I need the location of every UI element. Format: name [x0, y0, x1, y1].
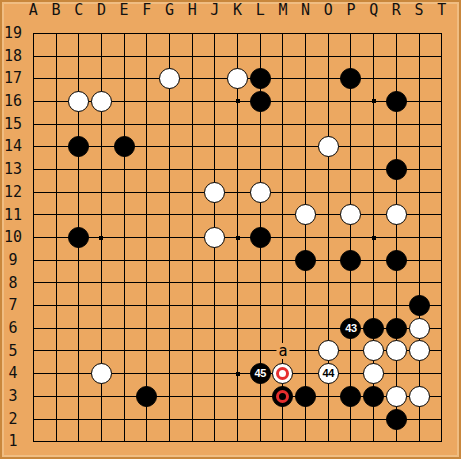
intersection-E13[interactable]	[113, 158, 136, 181]
intersection-Q2[interactable]	[362, 408, 385, 431]
intersection-M13[interactable]	[272, 158, 295, 181]
intersection-C6[interactable]	[67, 317, 90, 340]
intersection-D19[interactable]	[90, 22, 113, 45]
intersection-C2[interactable]	[67, 408, 90, 431]
intersection-F4[interactable]	[135, 362, 158, 385]
intersection-H8[interactable]	[181, 272, 204, 295]
intersection-H5[interactable]	[181, 340, 204, 363]
intersection-L12[interactable]	[249, 181, 272, 204]
intersection-B11[interactable]	[45, 204, 68, 227]
intersection-R6[interactable]	[385, 317, 408, 340]
intersection-C3[interactable]	[67, 385, 90, 408]
intersection-K14[interactable]	[226, 135, 249, 158]
intersection-O12[interactable]	[317, 181, 340, 204]
intersection-E19[interactable]	[113, 22, 136, 45]
intersection-G2[interactable]	[158, 408, 181, 431]
intersection-K7[interactable]	[226, 294, 249, 317]
intersection-E18[interactable]	[113, 45, 136, 68]
intersection-P3[interactable]	[340, 385, 363, 408]
intersection-T10[interactable]	[430, 226, 453, 249]
intersection-E11[interactable]	[113, 204, 136, 227]
intersection-D15[interactable]	[90, 113, 113, 136]
intersection-S1[interactable]	[408, 430, 431, 453]
intersection-E10[interactable]	[113, 226, 136, 249]
intersection-G18[interactable]	[158, 45, 181, 68]
intersection-B2[interactable]	[45, 408, 68, 431]
intersection-S19[interactable]	[408, 22, 431, 45]
intersection-L5[interactable]	[249, 340, 272, 363]
intersection-F17[interactable]	[135, 67, 158, 90]
intersection-L10[interactable]	[249, 226, 272, 249]
intersection-N15[interactable]	[294, 113, 317, 136]
intersection-R12[interactable]	[385, 181, 408, 204]
intersection-K9[interactable]	[226, 249, 249, 272]
intersection-N12[interactable]	[294, 181, 317, 204]
intersection-G16[interactable]	[158, 90, 181, 113]
intersection-J12[interactable]	[204, 181, 227, 204]
intersection-C11[interactable]	[67, 204, 90, 227]
intersection-Q8[interactable]	[362, 272, 385, 295]
intersection-E6[interactable]	[113, 317, 136, 340]
intersection-C7[interactable]	[67, 294, 90, 317]
intersection-T14[interactable]	[430, 135, 453, 158]
intersection-O15[interactable]	[317, 113, 340, 136]
intersection-N16[interactable]	[294, 90, 317, 113]
intersection-R14[interactable]	[385, 135, 408, 158]
intersection-K8[interactable]	[226, 272, 249, 295]
intersection-K10[interactable]	[226, 226, 249, 249]
intersection-K16[interactable]	[226, 90, 249, 113]
intersection-K11[interactable]	[226, 204, 249, 227]
intersection-B8[interactable]	[45, 272, 68, 295]
intersection-H18[interactable]	[181, 45, 204, 68]
intersection-E16[interactable]	[113, 90, 136, 113]
intersection-R3[interactable]	[385, 385, 408, 408]
intersection-J5[interactable]	[204, 340, 227, 363]
intersection-Q17[interactable]	[362, 67, 385, 90]
intersection-J19[interactable]	[204, 22, 227, 45]
intersection-M5[interactable]: a	[272, 340, 295, 363]
intersection-Q1[interactable]	[362, 430, 385, 453]
intersection-J16[interactable]	[204, 90, 227, 113]
intersection-R7[interactable]	[385, 294, 408, 317]
intersection-J9[interactable]	[204, 249, 227, 272]
intersection-M9[interactable]	[272, 249, 295, 272]
intersection-P16[interactable]	[340, 90, 363, 113]
intersection-P2[interactable]	[340, 408, 363, 431]
intersection-G6[interactable]	[158, 317, 181, 340]
intersection-H3[interactable]	[181, 385, 204, 408]
intersection-O14[interactable]	[317, 135, 340, 158]
intersection-S6[interactable]	[408, 317, 431, 340]
intersection-C5[interactable]	[67, 340, 90, 363]
intersection-M8[interactable]	[272, 272, 295, 295]
intersection-B3[interactable]	[45, 385, 68, 408]
intersection-J13[interactable]	[204, 158, 227, 181]
intersection-G4[interactable]	[158, 362, 181, 385]
intersection-E3[interactable]	[113, 385, 136, 408]
intersection-B19[interactable]	[45, 22, 68, 45]
intersection-L8[interactable]	[249, 272, 272, 295]
intersection-B18[interactable]	[45, 45, 68, 68]
intersection-F2[interactable]	[135, 408, 158, 431]
intersection-N9[interactable]	[294, 249, 317, 272]
intersection-Q12[interactable]	[362, 181, 385, 204]
intersection-D8[interactable]	[90, 272, 113, 295]
intersection-B16[interactable]	[45, 90, 68, 113]
intersection-O13[interactable]	[317, 158, 340, 181]
intersection-J15[interactable]	[204, 113, 227, 136]
intersection-E2[interactable]	[113, 408, 136, 431]
intersection-Q5[interactable]	[362, 340, 385, 363]
intersection-B14[interactable]	[45, 135, 68, 158]
intersection-O18[interactable]	[317, 45, 340, 68]
intersection-F16[interactable]	[135, 90, 158, 113]
intersection-Q11[interactable]	[362, 204, 385, 227]
intersection-L2[interactable]	[249, 408, 272, 431]
intersection-N10[interactable]	[294, 226, 317, 249]
intersection-H14[interactable]	[181, 135, 204, 158]
intersection-K15[interactable]	[226, 113, 249, 136]
intersection-C14[interactable]	[67, 135, 90, 158]
intersection-P17[interactable]	[340, 67, 363, 90]
intersection-Q7[interactable]	[362, 294, 385, 317]
intersection-G19[interactable]	[158, 22, 181, 45]
intersection-B9[interactable]	[45, 249, 68, 272]
intersection-T13[interactable]	[430, 158, 453, 181]
intersection-C1[interactable]	[67, 430, 90, 453]
intersection-F13[interactable]	[135, 158, 158, 181]
intersection-E4[interactable]	[113, 362, 136, 385]
intersection-J14[interactable]	[204, 135, 227, 158]
intersection-C18[interactable]	[67, 45, 90, 68]
intersection-M19[interactable]	[272, 22, 295, 45]
intersection-P11[interactable]	[340, 204, 363, 227]
intersection-P5[interactable]	[340, 340, 363, 363]
intersection-G10[interactable]	[158, 226, 181, 249]
intersection-T16[interactable]	[430, 90, 453, 113]
intersection-N2[interactable]	[294, 408, 317, 431]
intersection-T9[interactable]	[430, 249, 453, 272]
intersection-T12[interactable]	[430, 181, 453, 204]
intersection-N6[interactable]	[294, 317, 317, 340]
intersection-K6[interactable]	[226, 317, 249, 340]
intersection-H12[interactable]	[181, 181, 204, 204]
intersection-Q16[interactable]	[362, 90, 385, 113]
intersection-R1[interactable]	[385, 430, 408, 453]
intersection-N17[interactable]	[294, 67, 317, 90]
intersection-P12[interactable]	[340, 181, 363, 204]
intersection-Q18[interactable]	[362, 45, 385, 68]
intersection-Q15[interactable]	[362, 113, 385, 136]
intersection-J11[interactable]	[204, 204, 227, 227]
intersection-S15[interactable]	[408, 113, 431, 136]
intersection-T2[interactable]	[430, 408, 453, 431]
intersection-J4[interactable]	[204, 362, 227, 385]
intersection-D11[interactable]	[90, 204, 113, 227]
intersection-E8[interactable]	[113, 272, 136, 295]
intersection-L19[interactable]	[249, 22, 272, 45]
intersection-S7[interactable]	[408, 294, 431, 317]
intersection-P4[interactable]	[340, 362, 363, 385]
intersection-K2[interactable]	[226, 408, 249, 431]
intersection-D10[interactable]	[90, 226, 113, 249]
intersection-D17[interactable]	[90, 67, 113, 90]
intersection-D16[interactable]	[90, 90, 113, 113]
intersection-H2[interactable]	[181, 408, 204, 431]
intersection-Q3[interactable]	[362, 385, 385, 408]
intersection-D14[interactable]	[90, 135, 113, 158]
intersection-Q10[interactable]	[362, 226, 385, 249]
intersection-S18[interactable]	[408, 45, 431, 68]
intersection-J1[interactable]	[204, 430, 227, 453]
intersection-F8[interactable]	[135, 272, 158, 295]
intersection-H16[interactable]	[181, 90, 204, 113]
intersection-P6[interactable]: 43	[340, 317, 363, 340]
intersection-S3[interactable]	[408, 385, 431, 408]
intersection-S14[interactable]	[408, 135, 431, 158]
intersection-H9[interactable]	[181, 249, 204, 272]
intersection-O16[interactable]	[317, 90, 340, 113]
intersection-M17[interactable]	[272, 67, 295, 90]
intersection-O2[interactable]	[317, 408, 340, 431]
intersection-M3[interactable]	[272, 385, 295, 408]
intersection-F9[interactable]	[135, 249, 158, 272]
intersection-J6[interactable]	[204, 317, 227, 340]
intersection-L14[interactable]	[249, 135, 272, 158]
intersection-G3[interactable]	[158, 385, 181, 408]
intersection-T7[interactable]	[430, 294, 453, 317]
intersection-O6[interactable]	[317, 317, 340, 340]
intersection-T1[interactable]	[430, 430, 453, 453]
intersection-N7[interactable]	[294, 294, 317, 317]
intersection-N5[interactable]	[294, 340, 317, 363]
intersection-H4[interactable]	[181, 362, 204, 385]
intersection-P13[interactable]	[340, 158, 363, 181]
intersection-K4[interactable]	[226, 362, 249, 385]
intersection-L18[interactable]	[249, 45, 272, 68]
intersection-F10[interactable]	[135, 226, 158, 249]
intersection-D7[interactable]	[90, 294, 113, 317]
intersection-G7[interactable]	[158, 294, 181, 317]
intersection-E15[interactable]	[113, 113, 136, 136]
intersection-S9[interactable]	[408, 249, 431, 272]
intersection-R9[interactable]	[385, 249, 408, 272]
intersection-H1[interactable]	[181, 430, 204, 453]
intersection-Q6[interactable]	[362, 317, 385, 340]
intersection-S17[interactable]	[408, 67, 431, 90]
intersection-N4[interactable]	[294, 362, 317, 385]
intersection-O11[interactable]	[317, 204, 340, 227]
intersection-M12[interactable]	[272, 181, 295, 204]
intersection-L3[interactable]	[249, 385, 272, 408]
intersection-J10[interactable]	[204, 226, 227, 249]
intersection-P1[interactable]	[340, 430, 363, 453]
intersection-G9[interactable]	[158, 249, 181, 272]
intersection-L9[interactable]	[249, 249, 272, 272]
intersection-M2[interactable]	[272, 408, 295, 431]
intersection-O10[interactable]	[317, 226, 340, 249]
intersection-H13[interactable]	[181, 158, 204, 181]
intersection-K18[interactable]	[226, 45, 249, 68]
intersection-O8[interactable]	[317, 272, 340, 295]
intersection-L15[interactable]	[249, 113, 272, 136]
intersection-L1[interactable]	[249, 430, 272, 453]
intersection-P14[interactable]	[340, 135, 363, 158]
intersection-F14[interactable]	[135, 135, 158, 158]
intersection-K3[interactable]	[226, 385, 249, 408]
intersection-C13[interactable]	[67, 158, 90, 181]
intersection-S4[interactable]	[408, 362, 431, 385]
intersection-H11[interactable]	[181, 204, 204, 227]
intersection-S2[interactable]	[408, 408, 431, 431]
intersection-T19[interactable]	[430, 22, 453, 45]
intersection-M6[interactable]	[272, 317, 295, 340]
intersection-S11[interactable]	[408, 204, 431, 227]
intersection-Q14[interactable]	[362, 135, 385, 158]
intersection-G5[interactable]	[158, 340, 181, 363]
intersection-M15[interactable]	[272, 113, 295, 136]
intersection-N14[interactable]	[294, 135, 317, 158]
intersection-C9[interactable]	[67, 249, 90, 272]
intersection-L7[interactable]	[249, 294, 272, 317]
intersection-S13[interactable]	[408, 158, 431, 181]
intersection-M18[interactable]	[272, 45, 295, 68]
intersection-H19[interactable]	[181, 22, 204, 45]
intersection-N1[interactable]	[294, 430, 317, 453]
intersection-S12[interactable]	[408, 181, 431, 204]
intersection-O7[interactable]	[317, 294, 340, 317]
intersection-R16[interactable]	[385, 90, 408, 113]
intersection-O19[interactable]	[317, 22, 340, 45]
intersection-F3[interactable]	[135, 385, 158, 408]
intersection-L16[interactable]	[249, 90, 272, 113]
intersection-L11[interactable]	[249, 204, 272, 227]
intersection-D6[interactable]	[90, 317, 113, 340]
intersection-M14[interactable]	[272, 135, 295, 158]
intersection-P10[interactable]	[340, 226, 363, 249]
intersection-F6[interactable]	[135, 317, 158, 340]
intersection-F12[interactable]	[135, 181, 158, 204]
intersection-R2[interactable]	[385, 408, 408, 431]
intersection-T4[interactable]	[430, 362, 453, 385]
intersection-J18[interactable]	[204, 45, 227, 68]
intersection-L17[interactable]	[249, 67, 272, 90]
intersection-T11[interactable]	[430, 204, 453, 227]
intersection-F5[interactable]	[135, 340, 158, 363]
intersection-D1[interactable]	[90, 430, 113, 453]
intersection-N11[interactable]	[294, 204, 317, 227]
intersection-N19[interactable]	[294, 22, 317, 45]
intersection-D12[interactable]	[90, 181, 113, 204]
intersection-O4[interactable]: 44	[317, 362, 340, 385]
intersection-S8[interactable]	[408, 272, 431, 295]
intersection-R13[interactable]	[385, 158, 408, 181]
intersection-M4[interactable]	[272, 362, 295, 385]
intersection-J3[interactable]	[204, 385, 227, 408]
intersection-J17[interactable]	[204, 67, 227, 90]
intersection-F1[interactable]	[135, 430, 158, 453]
intersection-C16[interactable]	[67, 90, 90, 113]
intersection-Q13[interactable]	[362, 158, 385, 181]
intersection-G1[interactable]	[158, 430, 181, 453]
intersection-E14[interactable]	[113, 135, 136, 158]
intersection-K12[interactable]	[226, 181, 249, 204]
intersection-C15[interactable]	[67, 113, 90, 136]
intersection-B5[interactable]	[45, 340, 68, 363]
intersection-R11[interactable]	[385, 204, 408, 227]
intersection-P18[interactable]	[340, 45, 363, 68]
intersection-F7[interactable]	[135, 294, 158, 317]
intersection-D3[interactable]	[90, 385, 113, 408]
intersection-M1[interactable]	[272, 430, 295, 453]
intersection-J8[interactable]	[204, 272, 227, 295]
intersection-F19[interactable]	[135, 22, 158, 45]
intersection-P7[interactable]	[340, 294, 363, 317]
intersection-Q19[interactable]	[362, 22, 385, 45]
intersection-T8[interactable]	[430, 272, 453, 295]
intersection-H17[interactable]	[181, 67, 204, 90]
intersection-J2[interactable]	[204, 408, 227, 431]
intersection-R5[interactable]	[385, 340, 408, 363]
intersection-B7[interactable]	[45, 294, 68, 317]
intersection-H6[interactable]	[181, 317, 204, 340]
intersection-F18[interactable]	[135, 45, 158, 68]
intersection-M11[interactable]	[272, 204, 295, 227]
intersection-P15[interactable]	[340, 113, 363, 136]
intersection-C10[interactable]	[67, 226, 90, 249]
intersection-D4[interactable]	[90, 362, 113, 385]
intersection-G15[interactable]	[158, 113, 181, 136]
intersection-Q4[interactable]	[362, 362, 385, 385]
intersection-O17[interactable]	[317, 67, 340, 90]
intersection-B4[interactable]	[45, 362, 68, 385]
intersection-Q9[interactable]	[362, 249, 385, 272]
intersection-C17[interactable]	[67, 67, 90, 90]
intersection-R10[interactable]	[385, 226, 408, 249]
intersection-J7[interactable]	[204, 294, 227, 317]
intersection-N3[interactable]	[294, 385, 317, 408]
intersection-H10[interactable]	[181, 226, 204, 249]
intersection-R15[interactable]	[385, 113, 408, 136]
intersection-M10[interactable]	[272, 226, 295, 249]
intersection-L4[interactable]: 45	[249, 362, 272, 385]
intersection-E7[interactable]	[113, 294, 136, 317]
intersection-K1[interactable]	[226, 430, 249, 453]
intersection-O3[interactable]	[317, 385, 340, 408]
intersection-H7[interactable]	[181, 294, 204, 317]
intersection-P9[interactable]	[340, 249, 363, 272]
intersection-O9[interactable]	[317, 249, 340, 272]
intersection-G12[interactable]	[158, 181, 181, 204]
intersection-C4[interactable]	[67, 362, 90, 385]
intersection-K17[interactable]	[226, 67, 249, 90]
intersection-R19[interactable]	[385, 22, 408, 45]
intersection-P8[interactable]	[340, 272, 363, 295]
intersection-S5[interactable]	[408, 340, 431, 363]
intersection-B1[interactable]	[45, 430, 68, 453]
intersection-K19[interactable]	[226, 22, 249, 45]
intersection-B15[interactable]	[45, 113, 68, 136]
intersection-N18[interactable]	[294, 45, 317, 68]
intersection-C8[interactable]	[67, 272, 90, 295]
intersection-T3[interactable]	[430, 385, 453, 408]
intersection-G11[interactable]	[158, 204, 181, 227]
intersection-K5[interactable]	[226, 340, 249, 363]
intersection-D13[interactable]	[90, 158, 113, 181]
intersection-M7[interactable]	[272, 294, 295, 317]
intersection-S16[interactable]	[408, 90, 431, 113]
